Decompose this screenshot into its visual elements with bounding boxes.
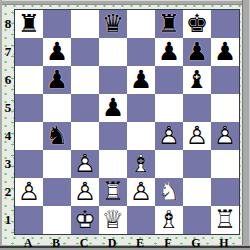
black-pawn-glyph: ♟ [43,66,71,94]
white-knight-glyph: ♘ [155,178,183,206]
rank-label-8: 8 [2,10,14,38]
file-label-f: F [154,236,182,250]
square-c8[interactable] [71,10,99,38]
square-a3[interactable] [15,150,43,178]
square-h7[interactable]: ♟ [211,38,239,66]
piece-black-pawn[interactable]: ♟ [183,38,211,66]
black-pawn-glyph: ♟ [183,38,211,66]
file-labels: ABCDEFGH [14,236,238,250]
piece-black-queen[interactable]: ♛ [99,10,127,38]
black-pawn-glyph: ♟ [155,38,183,66]
white-bishop-glyph: ♗ [127,150,155,178]
square-g7[interactable]: ♟ [183,38,211,66]
piece-white-pawn[interactable]: ♟♙ [155,122,183,150]
square-e8[interactable] [127,10,155,38]
black-bishop-glyph: ♝ [183,66,211,94]
square-h1[interactable]: ♜♖ [211,206,239,234]
square-c1[interactable]: ♚♔ [71,206,99,234]
white-pawn-glyph: ♙ [71,150,99,178]
piece-white-queen[interactable]: ♛♕ [99,206,127,234]
square-g3[interactable] [183,150,211,178]
square-d2[interactable]: ♜♖ [99,178,127,206]
file-label-a: A [14,236,42,250]
square-h4[interactable]: ♟♙ [211,122,239,150]
square-e3[interactable]: ♝♗ [127,150,155,178]
rank-label-5: 5 [2,94,14,122]
rank-label-6: 6 [2,66,14,94]
square-f5[interactable] [155,94,183,122]
square-f4[interactable]: ♟♙ [155,122,183,150]
square-f3[interactable] [155,150,183,178]
chessboard-window: 87654321 ♜♛♜♚♟♟♟♟♟♟♝♟♞♟♙♟♙♟♙♟♙♝♗♟♙♟♙♜♖♟♙… [0,0,250,250]
square-d6[interactable] [99,66,127,94]
square-e7[interactable] [127,38,155,66]
square-e4[interactable] [127,122,155,150]
black-king-glyph: ♚ [183,10,211,38]
square-e5[interactable] [127,94,155,122]
square-d3[interactable] [99,150,127,178]
white-pawn-glyph: ♙ [127,178,155,206]
square-a1[interactable] [15,206,43,234]
piece-white-king[interactable]: ♚♔ [71,206,99,234]
white-rook-glyph: ♖ [99,178,127,206]
square-b1[interactable] [43,206,71,234]
square-g2[interactable] [183,178,211,206]
square-g4[interactable]: ♟♙ [183,122,211,150]
file-label-c: C [70,236,98,250]
piece-white-pawn[interactable]: ♟♙ [71,150,99,178]
square-a4[interactable] [15,122,43,150]
square-c4[interactable] [71,122,99,150]
piece-white-pawn[interactable]: ♟♙ [183,122,211,150]
piece-white-pawn[interactable]: ♟♙ [15,178,43,206]
piece-white-pawn[interactable]: ♟♙ [71,178,99,206]
square-h3[interactable] [211,150,239,178]
piece-black-pawn[interactable]: ♟ [99,94,127,122]
black-pawn-glyph: ♟ [99,94,127,122]
square-c3[interactable]: ♟♙ [71,150,99,178]
square-a8[interactable]: ♜ [15,10,43,38]
square-a7[interactable] [15,38,43,66]
square-b5[interactable] [43,94,71,122]
square-b4[interactable]: ♞ [43,122,71,150]
square-g6[interactable]: ♝ [183,66,211,94]
square-g8[interactable]: ♚ [183,10,211,38]
white-bishop-glyph: ♗ [155,206,183,234]
square-h5[interactable] [211,94,239,122]
rank-label-7: 7 [2,38,14,66]
rank-label-4: 4 [2,122,14,150]
piece-black-rook[interactable]: ♜ [15,10,43,38]
piece-white-bishop[interactable]: ♝♗ [127,150,155,178]
window-frame-top [0,0,250,5]
rank-label-2: 2 [2,178,14,206]
piece-black-pawn[interactable]: ♟ [127,66,155,94]
piece-black-pawn[interactable]: ♟ [43,38,71,66]
piece-white-rook[interactable]: ♜♖ [211,206,239,234]
square-d7[interactable] [99,38,127,66]
square-a6[interactable] [15,66,43,94]
piece-black-king[interactable]: ♚ [183,10,211,38]
rank-label-3: 3 [2,150,14,178]
square-b8[interactable] [43,10,71,38]
square-e6[interactable]: ♟ [127,66,155,94]
square-d8[interactable]: ♛ [99,10,127,38]
square-f8[interactable]: ♜ [155,10,183,38]
square-e2[interactable]: ♟♙ [127,178,155,206]
piece-white-bishop[interactable]: ♝♗ [155,206,183,234]
black-queen-glyph: ♛ [99,10,127,38]
black-rook-glyph: ♜ [155,10,183,38]
square-h6[interactable] [211,66,239,94]
black-knight-glyph: ♞ [43,122,71,150]
square-c2[interactable]: ♟♙ [71,178,99,206]
rank-label-1: 1 [2,206,14,234]
piece-black-knight[interactable]: ♞ [43,122,71,150]
white-pawn-glyph: ♙ [15,178,43,206]
rank-labels: 87654321 [2,10,14,234]
window-frame-right [242,0,250,250]
piece-white-pawn[interactable]: ♟♙ [211,122,239,150]
black-pawn-glyph: ♟ [43,38,71,66]
square-b3[interactable] [43,150,71,178]
square-f6[interactable] [155,66,183,94]
white-rook-glyph: ♖ [211,206,239,234]
square-b6[interactable]: ♟ [43,66,71,94]
white-king-glyph: ♔ [71,206,99,234]
file-label-d: D [98,236,126,250]
square-f2[interactable]: ♞♘ [155,178,183,206]
square-c7[interactable] [71,38,99,66]
black-pawn-glyph: ♟ [127,66,155,94]
square-g1[interactable] [183,206,211,234]
square-f7[interactable]: ♟ [155,38,183,66]
square-h2[interactable] [211,178,239,206]
piece-black-pawn[interactable]: ♟ [211,38,239,66]
square-c6[interactable] [71,66,99,94]
file-label-e: E [126,236,154,250]
white-queen-glyph: ♕ [99,206,127,234]
square-d5[interactable]: ♟ [99,94,127,122]
square-c5[interactable] [71,94,99,122]
piece-black-pawn[interactable]: ♟ [155,38,183,66]
square-h8[interactable] [211,10,239,38]
white-pawn-glyph: ♙ [183,122,211,150]
piece-black-pawn[interactable]: ♟ [43,66,71,94]
file-label-b: B [42,236,70,250]
black-pawn-glyph: ♟ [211,38,239,66]
square-f1[interactable]: ♝♗ [155,206,183,234]
square-e1[interactable] [127,206,155,234]
square-g5[interactable] [183,94,211,122]
piece-white-pawn[interactable]: ♟♙ [127,178,155,206]
square-a5[interactable] [15,94,43,122]
square-b2[interactable] [43,178,71,206]
square-d1[interactable]: ♛♕ [99,206,127,234]
board-area: 87654321 ♜♛♜♚♟♟♟♟♟♟♝♟♞♟♙♟♙♟♙♟♙♝♗♟♙♟♙♜♖♟♙… [2,9,240,249]
square-a2[interactable]: ♟♙ [15,178,43,206]
white-pawn-glyph: ♙ [211,122,239,150]
piece-black-rook[interactable]: ♜ [155,10,183,38]
white-pawn-glyph: ♙ [71,178,99,206]
board-grid: ♜♛♜♚♟♟♟♟♟♟♝♟♞♟♙♟♙♟♙♟♙♝♗♟♙♟♙♜♖♟♙♞♘♚♔♛♕♝♗♜… [14,9,240,235]
square-b7[interactable]: ♟ [43,38,71,66]
piece-white-rook[interactable]: ♜♖ [99,178,127,206]
white-pawn-glyph: ♙ [155,122,183,150]
piece-white-knight[interactable]: ♞♘ [155,178,183,206]
black-rook-glyph: ♜ [15,10,43,38]
file-label-h: H [210,236,238,250]
piece-black-bishop[interactable]: ♝ [183,66,211,94]
square-d4[interactable] [99,122,127,150]
file-label-g: G [182,236,210,250]
